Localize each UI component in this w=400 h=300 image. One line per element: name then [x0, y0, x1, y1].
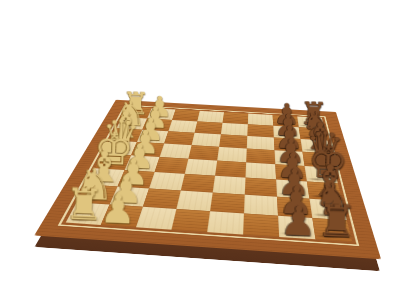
black-rook-h8[interactable]: ♜ [316, 199, 354, 244]
square-h7[interactable]: ♟ [278, 216, 316, 240]
square-g4[interactable] [176, 190, 212, 211]
square-h5[interactable] [207, 211, 244, 234]
square-f3[interactable] [149, 172, 185, 191]
square-e6[interactable] [245, 162, 276, 179]
square-g3[interactable] [143, 188, 181, 209]
square-e5[interactable] [215, 161, 246, 178]
square-f4[interactable] [181, 174, 215, 193]
chess-board: ♜♟♟♜♞♟♟♞♝♟♟♝♛♟♟♛♚♟♟♚♝♟♟♝♞♟♟♞♜♟♟♜ [34, 100, 381, 260]
board-frame: ♜♟♟♜♞♟♟♞♝♟♟♝♛♟♟♛♚♟♟♚♝♟♟♝♞♟♟♞♜♟♟♜ [34, 100, 381, 260]
white-rook-h1[interactable]: ♜ [64, 183, 101, 227]
board-tilt-wrapper: ♜♟♟♜♞♟♟♞♝♟♟♝♛♟♟♛♚♟♟♚♝♟♟♝♞♟♟♞♜♟♟♜ [0, 0, 400, 300]
square-f6[interactable] [245, 178, 277, 197]
perspective-wrapper: ♜♟♟♜♞♟♟♞♝♟♟♝♛♟♟♛♚♟♟♚♝♟♟♝♞♟♟♞♜♟♟♜ [78, 21, 357, 300]
square-d4[interactable] [188, 145, 219, 160]
square-d5[interactable] [217, 147, 247, 163]
board-grid: ♜♟♟♜♞♟♟♞♝♟♟♝♛♟♟♛♚♟♟♚♝♟♟♝♞♟♟♞♜♟♟♜ [66, 107, 352, 242]
square-h8[interactable]: ♜ [312, 218, 352, 242]
square-e4[interactable] [185, 159, 217, 176]
square-h3[interactable] [136, 207, 176, 230]
white-pawn-h2[interactable]: ♟ [99, 189, 136, 230]
square-h4[interactable] [171, 209, 210, 232]
chess-set-photo: ♜♟♟♜♞♟♟♞♝♟♟♝♛♟♟♛♚♟♟♚♝♟♟♝♞♟♟♞♜♟♟♜ [0, 0, 400, 300]
black-pawn-h7[interactable]: ♟ [279, 200, 317, 242]
square-f5[interactable] [213, 176, 246, 195]
square-g5[interactable] [210, 193, 245, 214]
square-d3[interactable] [160, 144, 192, 159]
